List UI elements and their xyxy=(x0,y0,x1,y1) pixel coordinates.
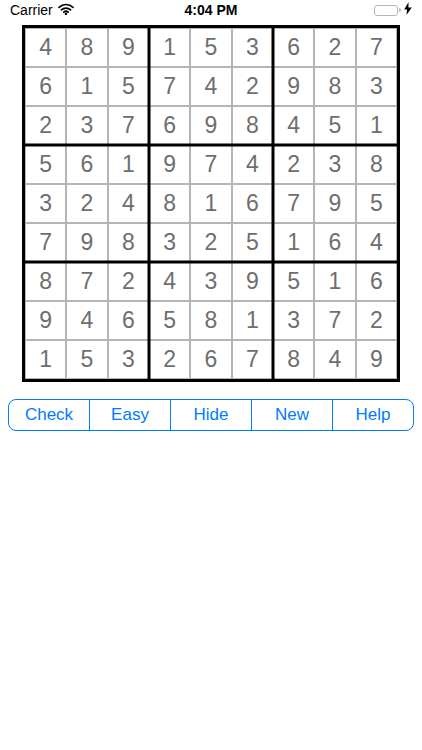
sudoku-cell-r7c6[interactable]: 9 xyxy=(232,262,273,301)
sudoku-cell-r4c6[interactable]: 4 xyxy=(232,145,273,184)
sudoku-cell-r9c2[interactable]: 5 xyxy=(66,340,107,379)
sudoku-cell-r2c3[interactable]: 5 xyxy=(108,67,149,106)
sudoku-cell-r1c8[interactable]: 2 xyxy=(314,28,355,67)
charging-bolt-icon xyxy=(404,2,412,18)
sudoku-cell-r6c3[interactable]: 8 xyxy=(108,223,149,262)
sudoku-cell-r9c8[interactable]: 4 xyxy=(314,340,355,379)
sudoku-cell-r4c4[interactable]: 9 xyxy=(149,145,190,184)
sudoku-cell-r6c4[interactable]: 3 xyxy=(149,223,190,262)
sudoku-cell-r1c1[interactable]: 4 xyxy=(25,28,66,67)
sudoku-cell-r2c6[interactable]: 2 xyxy=(232,67,273,106)
sudoku-cell-r3c9[interactable]: 1 xyxy=(356,106,397,145)
sudoku-cell-r8c5[interactable]: 8 xyxy=(190,301,231,340)
sudoku-cell-r7c8[interactable]: 1 xyxy=(314,262,355,301)
battery-area xyxy=(374,2,412,18)
sudoku-cell-r3c3[interactable]: 7 xyxy=(108,106,149,145)
sudoku-cell-r4c2[interactable]: 6 xyxy=(66,145,107,184)
sudoku-cell-r1c3[interactable]: 9 xyxy=(108,28,149,67)
carrier-area: Carrier xyxy=(10,2,74,18)
box-divider-horizontal-1 xyxy=(25,143,397,146)
sudoku-cell-r9c3[interactable]: 3 xyxy=(108,340,149,379)
sudoku-cell-r6c7[interactable]: 1 xyxy=(273,223,314,262)
help-button[interactable]: Help xyxy=(332,400,413,430)
box-divider-vertical-1 xyxy=(147,28,150,379)
sudoku-cell-r5c4[interactable]: 8 xyxy=(149,184,190,223)
sudoku-cell-r2c2[interactable]: 1 xyxy=(66,67,107,106)
sudoku-cell-r4c1[interactable]: 5 xyxy=(25,145,66,184)
clock: 4:04 PM xyxy=(185,2,238,18)
check-button[interactable]: Check xyxy=(9,400,89,430)
sudoku-cell-r2c5[interactable]: 4 xyxy=(190,67,231,106)
sudoku-cell-r9c5[interactable]: 6 xyxy=(190,340,231,379)
status-bar: Carrier 4:04 PM xyxy=(0,0,422,20)
sudoku-cell-r6c1[interactable]: 7 xyxy=(25,223,66,262)
sudoku-cell-r8c6[interactable]: 1 xyxy=(232,301,273,340)
sudoku-cell-r7c1[interactable]: 8 xyxy=(25,262,66,301)
sudoku-cell-r4c7[interactable]: 2 xyxy=(273,145,314,184)
sudoku-cell-r7c4[interactable]: 4 xyxy=(149,262,190,301)
sudoku-cell-r4c3[interactable]: 1 xyxy=(108,145,149,184)
new-button[interactable]: New xyxy=(251,400,332,430)
sudoku-cell-r8c4[interactable]: 5 xyxy=(149,301,190,340)
sudoku-cell-r9c1[interactable]: 1 xyxy=(25,340,66,379)
sudoku-cell-r8c1[interactable]: 9 xyxy=(25,301,66,340)
sudoku-cell-r7c9[interactable]: 6 xyxy=(356,262,397,301)
sudoku-cell-r8c9[interactable]: 2 xyxy=(356,301,397,340)
sudoku-cell-r1c6[interactable]: 3 xyxy=(232,28,273,67)
sudoku-cell-r4c9[interactable]: 8 xyxy=(356,145,397,184)
sudoku-cell-r3c6[interactable]: 8 xyxy=(232,106,273,145)
sudoku-cell-r8c7[interactable]: 3 xyxy=(273,301,314,340)
battery-icon xyxy=(374,5,401,16)
sudoku-cell-r3c7[interactable]: 4 xyxy=(273,106,314,145)
box-divider-vertical-2 xyxy=(272,28,275,379)
sudoku-cell-r5c2[interactable]: 2 xyxy=(66,184,107,223)
sudoku-cell-r3c8[interactable]: 5 xyxy=(314,106,355,145)
sudoku-cell-r8c3[interactable]: 6 xyxy=(108,301,149,340)
sudoku-cell-r9c6[interactable]: 7 xyxy=(232,340,273,379)
sudoku-cell-r2c4[interactable]: 7 xyxy=(149,67,190,106)
sudoku-cell-r6c5[interactable]: 2 xyxy=(190,223,231,262)
sudoku-cell-r5c6[interactable]: 6 xyxy=(232,184,273,223)
easy-button[interactable]: Easy xyxy=(89,400,170,430)
wifi-icon xyxy=(58,2,74,18)
sudoku-cell-r1c9[interactable]: 7 xyxy=(356,28,397,67)
hide-button[interactable]: Hide xyxy=(170,400,251,430)
sudoku-cell-r1c4[interactable]: 1 xyxy=(149,28,190,67)
sudoku-cell-r7c7[interactable]: 5 xyxy=(273,262,314,301)
sudoku-cell-r1c5[interactable]: 5 xyxy=(190,28,231,67)
sudoku-cell-r6c6[interactable]: 5 xyxy=(232,223,273,262)
sudoku-cell-r5c3[interactable]: 4 xyxy=(108,184,149,223)
sudoku-cell-r1c7[interactable]: 6 xyxy=(273,28,314,67)
sudoku-cell-r9c4[interactable]: 2 xyxy=(149,340,190,379)
sudoku-cell-r6c8[interactable]: 6 xyxy=(314,223,355,262)
sudoku-cell-r2c1[interactable]: 6 xyxy=(25,67,66,106)
sudoku-cell-r5c5[interactable]: 1 xyxy=(190,184,231,223)
sudoku-cell-r9c7[interactable]: 8 xyxy=(273,340,314,379)
sudoku-cell-r2c7[interactable]: 9 xyxy=(273,67,314,106)
toolbar-segmented-control: Check Easy Hide New Help xyxy=(8,399,414,431)
sudoku-cell-r6c2[interactable]: 9 xyxy=(66,223,107,262)
sudoku-cell-r7c2[interactable]: 7 xyxy=(66,262,107,301)
sudoku-cell-r7c3[interactable]: 2 xyxy=(108,262,149,301)
carrier-label: Carrier xyxy=(10,2,53,18)
sudoku-grid: 4891536276157429832376984515619742383248… xyxy=(22,25,400,382)
sudoku-cell-r8c8[interactable]: 7 xyxy=(314,301,355,340)
sudoku-cell-r1c2[interactable]: 8 xyxy=(66,28,107,67)
sudoku-cell-r5c7[interactable]: 7 xyxy=(273,184,314,223)
sudoku-cell-r5c1[interactable]: 3 xyxy=(25,184,66,223)
sudoku-cell-r6c9[interactable]: 4 xyxy=(356,223,397,262)
sudoku-cell-r4c8[interactable]: 3 xyxy=(314,145,355,184)
sudoku-cell-r7c5[interactable]: 3 xyxy=(190,262,231,301)
sudoku-cell-r9c9[interactable]: 9 xyxy=(356,340,397,379)
sudoku-cell-r3c2[interactable]: 3 xyxy=(66,106,107,145)
sudoku-cell-r2c9[interactable]: 3 xyxy=(356,67,397,106)
sudoku-cell-r8c2[interactable]: 4 xyxy=(66,301,107,340)
box-divider-horizontal-2 xyxy=(25,261,397,264)
sudoku-cell-r5c9[interactable]: 5 xyxy=(356,184,397,223)
sudoku-cell-r4c5[interactable]: 7 xyxy=(190,145,231,184)
sudoku-cell-r3c4[interactable]: 6 xyxy=(149,106,190,145)
sudoku-cell-r3c5[interactable]: 9 xyxy=(190,106,231,145)
sudoku-cell-r3c1[interactable]: 2 xyxy=(25,106,66,145)
sudoku-cell-r2c8[interactable]: 8 xyxy=(314,67,355,106)
sudoku-cell-r5c8[interactable]: 9 xyxy=(314,184,355,223)
